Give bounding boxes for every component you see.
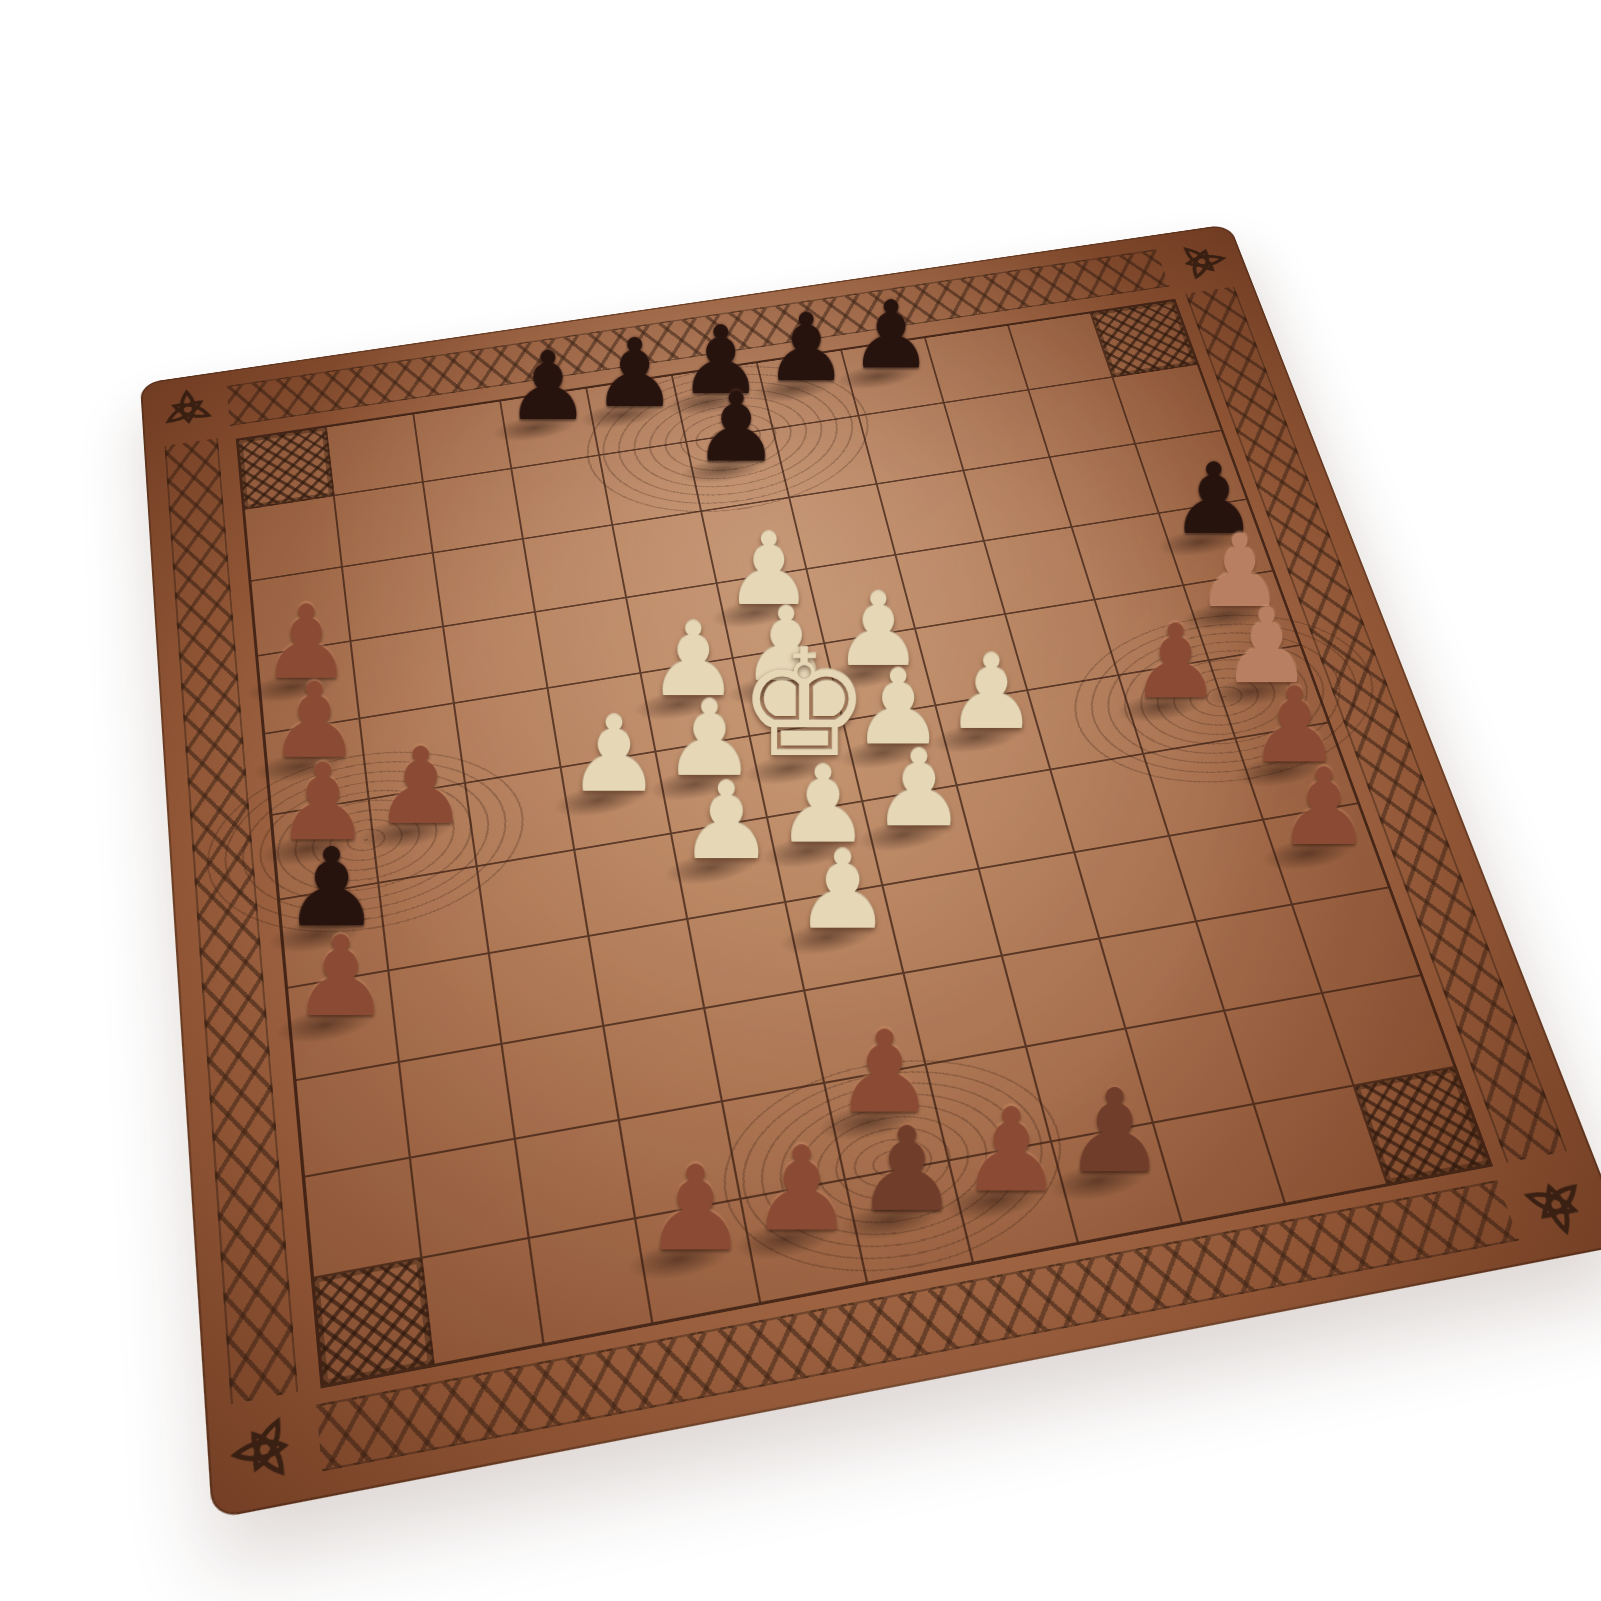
attacker-glyph: ♟ — [1252, 759, 1395, 857]
attacker-glyph: ♟ — [616, 1156, 774, 1264]
leather-game-mat: ♟♟♟♟♟♟♟♟♟♟♟♟♟♟♟♟♟♟♟♟♟♟♟♟♟♟♟♟♟♟♟♟♟♟♟♟♚ — [139, 224, 1601, 1519]
defender-glyph: ♟ — [769, 841, 915, 941]
attacker-glyph: ♟ — [265, 926, 414, 1028]
product-photo-scene: ♟♟♟♟♟♟♟♟♟♟♟♟♟♟♟♟♟♟♟♟♟♟♟♟♟♟♟♟♟♟♟♟♟♟♟♟♚ — [0, 0, 1601, 1601]
